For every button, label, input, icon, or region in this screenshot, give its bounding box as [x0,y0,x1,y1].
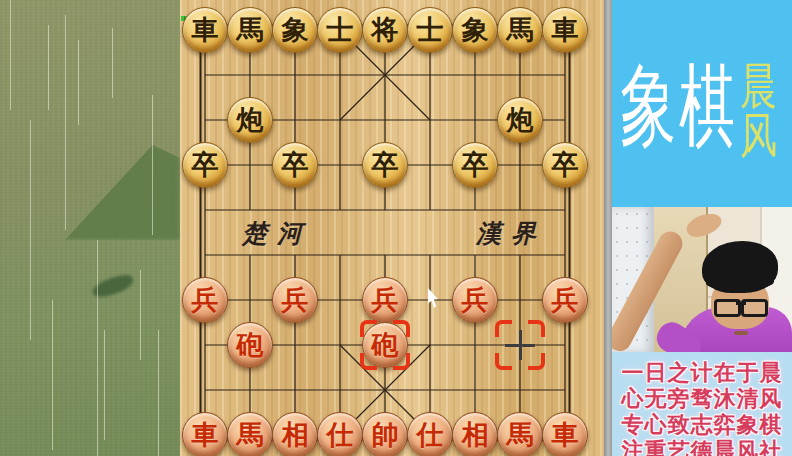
field-line [104,330,105,440]
field-line [152,95,153,235]
panel-divider [604,0,612,456]
motto-text-block: 一日之计在于晨 心无旁骛沐清风 专心致志弈象棋 注重艺德晨风社 [612,352,792,456]
piece-black-general-e9[interactable]: 将 [362,7,408,53]
field-line [10,0,11,110]
stream-title-banner: 象棋 晨 风 [612,0,792,207]
piece-black-cannon-b7[interactable]: 炮 [227,97,273,143]
field-line [65,15,66,230]
piece-black-cannon-h7[interactable]: 炮 [497,97,543,143]
field-line [52,300,53,450]
piece-red-advisor-d0[interactable]: 仕 [317,412,363,456]
motto-line-1: 一日之计在于晨 [612,360,792,385]
piece-black-elephant-c9[interactable]: 象 [272,7,318,53]
piece-red-soldier-g3[interactable]: 兵 [452,277,498,323]
piece-black-soldier-i6[interactable]: 卒 [542,142,588,188]
piece-black-chariot-a9[interactable]: 車 [182,7,228,53]
piece-black-soldier-c6[interactable]: 卒 [272,142,318,188]
piece-red-soldier-a3[interactable]: 兵 [182,277,228,323]
field-line [97,240,98,456]
stream-subtitle: 晨 风 [740,62,777,160]
piece-red-cannon-b2[interactable]: 砲 [227,322,273,368]
piece-black-advisor-f9[interactable]: 士 [407,7,453,53]
piece-black-soldier-g6[interactable]: 卒 [452,142,498,188]
piece-black-horse-h9[interactable]: 馬 [497,7,543,53]
piece-red-soldier-e3[interactable]: 兵 [362,277,408,323]
piece-black-advisor-d9[interactable]: 士 [317,7,363,53]
xiangqi-board[interactable]: 楚河 漢界 車馬象士将士象馬車炮炮卒卒卒卒卒兵兵兵兵兵砲砲車馬相仕帥仕相馬車 [180,0,605,456]
piece-red-soldier-c3[interactable]: 兵 [272,277,318,323]
stream-side-panel: 象棋 晨 风 一日之计在 [612,0,792,456]
piece-red-soldier-i3[interactable]: 兵 [542,277,588,323]
left-background-panel [0,0,180,456]
piece-red-advisor-f0[interactable]: 仕 [407,412,453,456]
piece-red-chariot-a0[interactable]: 車 [182,412,228,456]
marker-destination-brackets-e2 [360,320,410,370]
field-line [30,120,31,340]
crosshair-icon [505,330,535,360]
piece-black-chariot-i9[interactable]: 車 [542,7,588,53]
piece-red-horse-b0[interactable]: 馬 [227,412,273,456]
piece-red-chariot-i0[interactable]: 車 [542,412,588,456]
stream-title: 象棋 [620,46,735,169]
field-line [78,40,79,125]
piece-red-elephant-c0[interactable]: 相 [272,412,318,456]
dark-field-patch [55,140,180,240]
webcam-view [612,207,792,352]
river-label-chu: 楚河 [242,217,312,250]
motto-line-4: 注重艺德晨风社 [612,438,792,456]
river-label-han: 漢界 [476,217,546,250]
field-line [140,270,141,360]
piece-red-horse-h0[interactable]: 馬 [497,412,543,456]
motto-line-2: 心无旁骛沐清风 [612,386,792,411]
piece-black-soldier-e6[interactable]: 卒 [362,142,408,188]
person-mouth [734,331,748,335]
subtitle-char-chen: 晨 [740,62,777,111]
motto-line-3: 专心致志弈象棋 [612,412,792,437]
app-window: 楚河 漢界 車馬象士将士象馬車炮炮卒卒卒卒卒兵兵兵兵兵砲砲車馬相仕帥仕相馬車 象… [0,0,792,456]
piece-black-soldier-a6[interactable]: 卒 [182,142,228,188]
piece-black-elephant-g9[interactable]: 象 [452,7,498,53]
person-hairline [706,271,774,289]
field-line [48,25,49,110]
subtitle-char-feng: 风 [740,111,777,160]
field-line [158,330,159,456]
piece-red-general-e0[interactable]: 帥 [362,412,408,456]
piece-red-elephant-g0[interactable]: 相 [452,412,498,456]
person-glasses [714,299,768,313]
field-line [112,28,113,98]
piece-black-horse-b9[interactable]: 馬 [227,7,273,53]
